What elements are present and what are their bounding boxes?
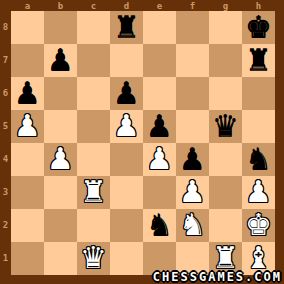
black-king-h8[interactable]: ♚ xyxy=(242,10,275,44)
white-pawn-f3[interactable]: ♟ xyxy=(176,175,209,209)
square-h6[interactable] xyxy=(242,77,275,110)
rank-label-6: 6 xyxy=(0,77,11,110)
square-h5[interactable] xyxy=(242,110,275,143)
square-h8[interactable]: ♚ xyxy=(242,11,275,44)
square-f6[interactable] xyxy=(176,77,209,110)
square-a1[interactable] xyxy=(11,242,44,275)
square-d6[interactable]: ♟ xyxy=(110,77,143,110)
square-a3[interactable] xyxy=(11,176,44,209)
square-c4[interactable] xyxy=(77,143,110,176)
rank-label-1: 1 xyxy=(0,242,11,275)
square-h3[interactable]: ♟ xyxy=(242,176,275,209)
square-a5[interactable]: ♟ xyxy=(11,110,44,143)
rank-label-7: 7 xyxy=(0,44,11,77)
square-h4[interactable]: ♞ xyxy=(242,143,275,176)
white-queen-c1[interactable]: ♛ xyxy=(77,241,110,275)
square-d3[interactable] xyxy=(110,176,143,209)
square-d1[interactable] xyxy=(110,242,143,275)
white-pawn-b4[interactable]: ♟ xyxy=(44,142,77,176)
white-rook-c3[interactable]: ♜ xyxy=(77,175,110,209)
black-pawn-f4[interactable]: ♟ xyxy=(176,142,209,176)
white-knight-f2[interactable]: ♞ xyxy=(176,208,209,242)
black-rook-h7[interactable]: ♜ xyxy=(242,43,275,77)
square-g7[interactable] xyxy=(209,44,242,77)
square-a7[interactable] xyxy=(11,44,44,77)
white-pawn-e4[interactable]: ♟ xyxy=(143,142,176,176)
square-f8[interactable] xyxy=(176,11,209,44)
black-pawn-b7[interactable]: ♟ xyxy=(44,43,77,77)
square-b4[interactable]: ♟ xyxy=(44,143,77,176)
black-queen-g5[interactable]: ♛ xyxy=(209,109,242,143)
square-f3[interactable]: ♟ xyxy=(176,176,209,209)
file-label-b: b xyxy=(44,0,77,11)
square-b7[interactable]: ♟ xyxy=(44,44,77,77)
square-d7[interactable] xyxy=(110,44,143,77)
file-label-a: a xyxy=(11,0,44,11)
square-c8[interactable] xyxy=(77,11,110,44)
white-pawn-h3[interactable]: ♟ xyxy=(242,175,275,209)
white-pawn-d5[interactable]: ♟ xyxy=(110,109,143,143)
square-b8[interactable] xyxy=(44,11,77,44)
square-a8[interactable] xyxy=(11,11,44,44)
file-label-e: e xyxy=(143,0,176,11)
square-c5[interactable] xyxy=(77,110,110,143)
square-b3[interactable] xyxy=(44,176,77,209)
square-a6[interactable]: ♟ xyxy=(11,77,44,110)
square-e5[interactable]: ♟ xyxy=(143,110,176,143)
square-a4[interactable] xyxy=(11,143,44,176)
square-e7[interactable] xyxy=(143,44,176,77)
rank-label-8: 8 xyxy=(0,11,11,44)
square-d5[interactable]: ♟ xyxy=(110,110,143,143)
square-c6[interactable] xyxy=(77,77,110,110)
square-g6[interactable] xyxy=(209,77,242,110)
square-e3[interactable] xyxy=(143,176,176,209)
square-b5[interactable] xyxy=(44,110,77,143)
square-h2[interactable]: ♚ xyxy=(242,209,275,242)
file-label-f: f xyxy=(176,0,209,11)
white-pawn-a5[interactable]: ♟ xyxy=(11,109,44,143)
square-h7[interactable]: ♜ xyxy=(242,44,275,77)
black-rook-d8[interactable]: ♜ xyxy=(110,10,143,44)
chess-board: ♜♚♟♜♟♟♟♟♟♛♟♟♟♞♜♟♟♞♞♚♛♜♝ xyxy=(11,11,275,275)
square-b1[interactable] xyxy=(44,242,77,275)
square-f7[interactable] xyxy=(176,44,209,77)
square-f2[interactable]: ♞ xyxy=(176,209,209,242)
square-d4[interactable] xyxy=(110,143,143,176)
square-e2[interactable]: ♞ xyxy=(143,209,176,242)
square-g2[interactable] xyxy=(209,209,242,242)
square-c7[interactable] xyxy=(77,44,110,77)
black-knight-e2[interactable]: ♞ xyxy=(143,208,176,242)
square-e4[interactable]: ♟ xyxy=(143,143,176,176)
white-king-h2[interactable]: ♚ xyxy=(242,208,275,242)
rank-label-5: 5 xyxy=(0,110,11,143)
rank-label-2: 2 xyxy=(0,209,11,242)
square-f5[interactable] xyxy=(176,110,209,143)
square-g5[interactable]: ♛ xyxy=(209,110,242,143)
square-e6[interactable] xyxy=(143,77,176,110)
black-pawn-a6[interactable]: ♟ xyxy=(11,76,44,110)
black-knight-h4[interactable]: ♞ xyxy=(242,142,275,176)
square-g8[interactable] xyxy=(209,11,242,44)
rank-label-4: 4 xyxy=(0,143,11,176)
black-pawn-e5[interactable]: ♟ xyxy=(143,109,176,143)
square-e8[interactable] xyxy=(143,11,176,44)
file-label-g: g xyxy=(209,0,242,11)
square-g3[interactable] xyxy=(209,176,242,209)
chessgames-watermark: CHESSGAMES.COM xyxy=(153,270,282,284)
square-g4[interactable] xyxy=(209,143,242,176)
square-c1[interactable]: ♛ xyxy=(77,242,110,275)
file-label-c: c xyxy=(77,0,110,11)
square-b2[interactable] xyxy=(44,209,77,242)
square-d8[interactable]: ♜ xyxy=(110,11,143,44)
square-d2[interactable] xyxy=(110,209,143,242)
square-c3[interactable]: ♜ xyxy=(77,176,110,209)
chess-diagram: abcdefgh 87654321 ♜♚♟♜♟♟♟♟♟♛♟♟♟♞♜♟♟♞♞♚♛♜… xyxy=(0,0,284,284)
square-b6[interactable] xyxy=(44,77,77,110)
rank-label-3: 3 xyxy=(0,176,11,209)
square-c2[interactable] xyxy=(77,209,110,242)
square-f4[interactable]: ♟ xyxy=(176,143,209,176)
square-a2[interactable] xyxy=(11,209,44,242)
black-pawn-d6[interactable]: ♟ xyxy=(110,76,143,110)
